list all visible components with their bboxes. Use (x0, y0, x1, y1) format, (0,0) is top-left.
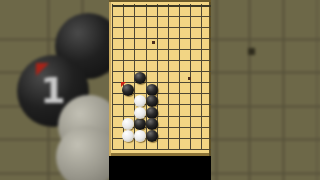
black-stone[interactable] (146, 95, 158, 107)
background-star-point (248, 48, 255, 55)
grid-line-horizontal (112, 149, 211, 150)
white-stone[interactable] (134, 95, 146, 107)
go-board[interactable] (109, 0, 211, 156)
star-point (188, 77, 191, 80)
black-stone[interactable] (134, 72, 146, 84)
video-frame: 1 (0, 0, 320, 180)
white-stone[interactable] (122, 130, 134, 142)
grid-line-horizontal (112, 60, 211, 61)
grid-line-horizontal (112, 116, 211, 117)
black-stone[interactable] (146, 118, 158, 130)
grid-line-horizontal (112, 16, 211, 17)
black-stone[interactable] (146, 130, 158, 142)
black-stone[interactable] (146, 107, 158, 119)
background-red-triangle-marker (36, 63, 49, 76)
grid-line-horizontal (112, 49, 211, 50)
last-move-triangle-marker (121, 82, 126, 87)
grid-line-horizontal (112, 104, 211, 105)
white-stone[interactable] (134, 107, 146, 119)
grid-line-horizontal (112, 5, 211, 7)
star-point (152, 41, 155, 44)
bottom-letterbox-bar (109, 156, 211, 180)
video-content-strip (109, 0, 211, 180)
white-stone[interactable] (134, 130, 146, 142)
black-stone[interactable] (134, 118, 146, 130)
grid-line-horizontal (112, 71, 211, 72)
white-stone[interactable] (122, 118, 134, 130)
grid-line-horizontal (112, 38, 211, 39)
grid-line-horizontal (112, 27, 211, 28)
